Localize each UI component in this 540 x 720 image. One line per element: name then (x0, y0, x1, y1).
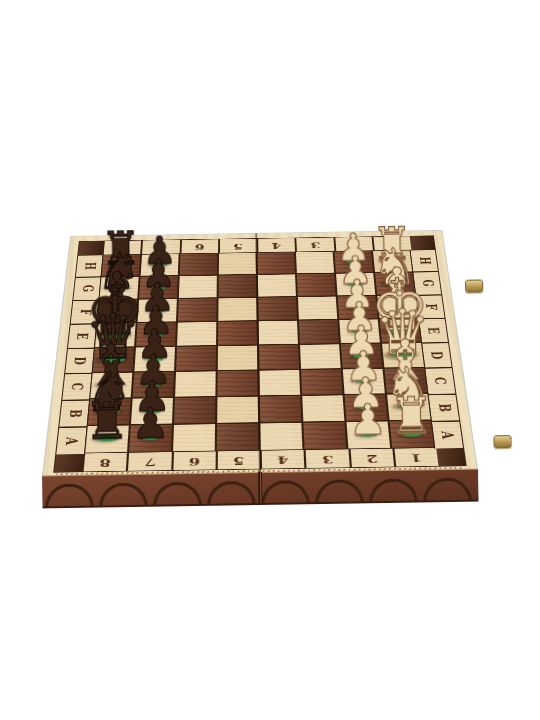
square-d6 (176, 346, 216, 370)
chess-set-photo: 87654321 87654321 HGFEDCBA HGFEDCBA ♜♞♝♛… (0, 0, 540, 720)
square-c8 (90, 373, 132, 398)
square-a7 (129, 425, 172, 452)
square-g2 (336, 273, 375, 295)
square-h7 (141, 254, 179, 276)
square-c2 (343, 369, 385, 394)
square-h3 (296, 252, 334, 274)
square-d8 (93, 348, 134, 373)
coord-near-3: 3 (306, 449, 349, 468)
coord-left-f: F (71, 301, 99, 324)
coord-near-5: 5 (217, 451, 259, 470)
coord-far-5: 5 (220, 239, 257, 253)
brass-clasp-icon (493, 435, 511, 448)
scene-tilt: 87654321 87654321 HGFEDCBA HGFEDCBA ♜♞♝♛… (0, 0, 540, 720)
coord-far-3: 3 (297, 238, 334, 252)
coord-near-2: 2 (350, 449, 394, 468)
corner-block (78, 241, 105, 256)
square-d5 (218, 346, 258, 370)
coord-far-2: 2 (335, 237, 373, 251)
square-f4 (258, 297, 297, 320)
box-side-seam (258, 472, 262, 503)
square-d3 (300, 344, 341, 368)
square-b2 (345, 395, 388, 421)
square-d7 (134, 347, 175, 372)
corner-block (434, 447, 466, 466)
coord-right-c: C (425, 368, 455, 393)
square-e1 (380, 319, 421, 343)
square-a8 (85, 426, 128, 453)
coord-right-d: D (422, 343, 451, 367)
coord-near-4: 4 (262, 450, 305, 469)
square-a4 (260, 423, 302, 450)
chess-board: 87654321 87654321 HGFEDCBA HGFEDCBA (43, 231, 478, 480)
coord-left-c: C (62, 374, 91, 399)
square-g7 (139, 276, 178, 298)
square-g4 (258, 274, 296, 296)
square-g3 (297, 274, 336, 296)
square-e8 (95, 323, 136, 347)
square-f1 (377, 295, 418, 318)
square-h5 (219, 253, 256, 275)
square-g6 (179, 276, 217, 298)
square-b4 (260, 396, 301, 422)
corner-block (408, 236, 435, 251)
square-a6 (173, 424, 215, 451)
coord-right-f: F (416, 295, 444, 318)
square-h6 (180, 254, 217, 276)
square-e3 (299, 320, 339, 344)
square-f2 (338, 296, 378, 319)
coord-far-4: 4 (258, 238, 295, 252)
square-c7 (133, 372, 174, 397)
square-f6 (178, 298, 217, 321)
coord-left-a: A (56, 427, 86, 454)
coord-right-g: G (413, 272, 441, 294)
square-c3 (301, 369, 342, 394)
coord-right-h: H (411, 250, 438, 271)
coord-far-1: 1 (373, 236, 411, 250)
square-g8 (99, 277, 138, 299)
square-e6 (177, 322, 216, 346)
coord-near-6: 6 (173, 451, 216, 470)
square-d4 (259, 345, 299, 369)
coord-left-g: G (73, 278, 100, 300)
coord-far-8: 8 (104, 241, 142, 255)
square-b1 (387, 394, 430, 420)
square-h4 (257, 252, 294, 274)
square-f8 (97, 300, 137, 323)
square-a3 (303, 422, 346, 449)
square-f5 (218, 298, 256, 321)
square-e4 (259, 321, 298, 345)
corner-block (54, 453, 85, 472)
square-a2 (347, 421, 391, 448)
square-e2 (339, 319, 380, 343)
square-b8 (88, 399, 131, 425)
square-h8 (102, 255, 141, 277)
coord-left-e: E (68, 324, 96, 348)
square-d2 (341, 344, 382, 368)
square-b7 (131, 398, 173, 424)
square-g1 (375, 273, 415, 295)
square-b6 (174, 397, 215, 423)
coord-left-d: D (65, 349, 94, 373)
coord-far-6: 6 (181, 239, 218, 253)
box-side (42, 469, 478, 509)
coord-near-8: 8 (84, 453, 128, 472)
square-b5 (217, 397, 258, 423)
square-f7 (138, 299, 177, 322)
square-a1 (390, 421, 434, 448)
square-c1 (385, 368, 428, 393)
square-e5 (218, 321, 257, 345)
square-a5 (217, 424, 259, 451)
square-f3 (298, 297, 337, 320)
square-h1 (373, 251, 412, 273)
square-h2 (334, 251, 373, 273)
square-d1 (382, 343, 424, 367)
coord-near-7: 7 (128, 452, 171, 471)
coord-right-a: A (432, 422, 463, 449)
coord-near-1: 1 (394, 448, 438, 467)
square-g5 (219, 275, 257, 297)
coord-far-7: 7 (142, 240, 179, 254)
coord-right-e: E (419, 319, 448, 343)
brass-clasp-icon (465, 279, 483, 292)
square-c5 (217, 371, 257, 396)
square-c6 (175, 371, 216, 396)
coord-right-b: B (429, 395, 460, 421)
coord-left-h: H (76, 255, 103, 277)
square-c4 (259, 370, 300, 395)
square-b3 (302, 395, 344, 421)
square-e7 (136, 323, 176, 347)
coord-left-b: B (59, 400, 89, 426)
